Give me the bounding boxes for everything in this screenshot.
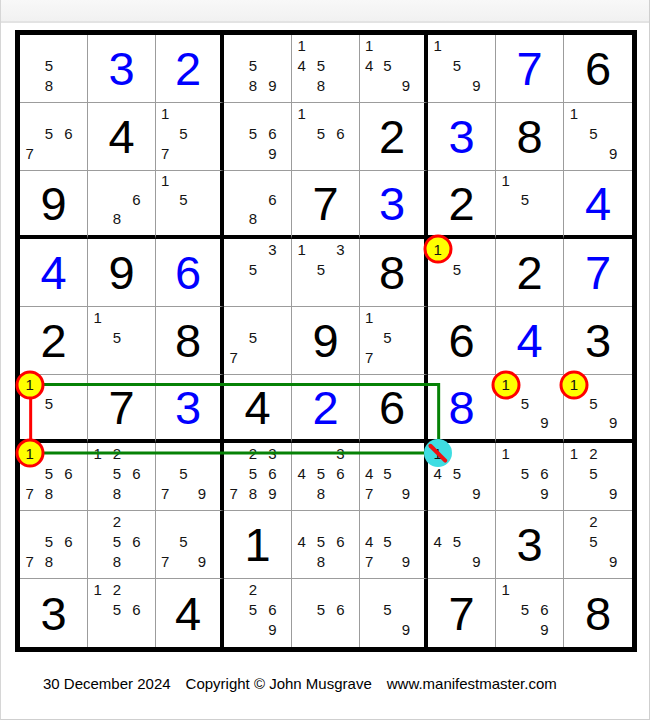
cell-r4c2[interactable]: 9	[88, 239, 156, 307]
candidate-r5c2-1: 1	[88, 307, 107, 327]
cell-r2c1[interactable]: 567	[20, 103, 88, 171]
candidate-r1c5-7	[292, 75, 311, 95]
cell-r3c4[interactable]: 68	[224, 171, 292, 239]
candidate-r1c7-4	[428, 55, 447, 75]
candidate-r9c5-4	[292, 599, 311, 619]
candidates-r9c8: 1569	[496, 579, 563, 647]
candidate-r1c1-7	[20, 75, 39, 95]
candidate-r2c3-1: 1	[156, 103, 174, 123]
candidate-r1c7-1: 1	[428, 35, 447, 55]
candidate-r3c3-9	[193, 209, 211, 228]
cell-r8c8[interactable]: 3	[496, 511, 564, 579]
candidate-r8c9-1	[564, 511, 584, 531]
candidate-r4c4-8	[243, 279, 262, 299]
cell-r6c1[interactable]: 15	[20, 375, 88, 443]
candidate-r5c4-5: 5	[243, 327, 262, 347]
candidate-r7c3-8	[174, 483, 192, 503]
cell-r8c5[interactable]: 4568	[292, 511, 360, 579]
candidate-r9c4-7	[224, 620, 243, 640]
candidate-r4c7-1: 1	[428, 239, 447, 259]
cell-r4c4[interactable]: 35	[224, 239, 292, 307]
cell-r8c6[interactable]: 4579	[360, 511, 428, 579]
digit-r9c7: 7	[428, 579, 495, 647]
cell-r9c9[interactable]: 8	[564, 579, 632, 647]
cell-r6c5[interactable]: 2	[292, 375, 360, 443]
candidate-r6c9-9: 9	[603, 413, 623, 432]
candidate-r2c3-9	[193, 143, 211, 163]
candidate-r7c4-7: 7	[224, 483, 243, 503]
candidate-r9c5-9	[331, 620, 350, 640]
candidate-r7c8-8	[515, 483, 534, 503]
candidate-r7c2-7	[88, 483, 107, 503]
cell-r6c2[interactable]: 7	[88, 375, 156, 443]
cell-r3c9[interactable]: 4	[564, 171, 632, 239]
cell-r7c3[interactable]: 579	[156, 443, 224, 511]
candidate-r5c6-6	[397, 327, 415, 347]
candidate-r3c3-1: 1	[156, 171, 174, 190]
cell-r4c3[interactable]: 6	[156, 239, 224, 307]
candidate-r7c5-3: 3	[331, 443, 350, 463]
cell-r7c6[interactable]: 4579	[360, 443, 428, 511]
footer-website: www.manifestmaster.com	[387, 675, 557, 692]
cell-r2c9[interactable]: 159	[564, 103, 632, 171]
candidate-r2c3-5: 5	[174, 123, 192, 143]
cell-r1c5[interactable]: 1458	[292, 35, 360, 103]
candidates-r2c3: 157	[156, 103, 220, 170]
candidate-r9c5-5: 5	[311, 599, 330, 619]
candidate-r4c5-6	[331, 259, 350, 279]
candidate-r2c1-1	[20, 103, 39, 123]
candidates-r7c2: 12568	[88, 443, 155, 510]
candidates-r1c6: 1459	[360, 35, 424, 102]
cell-r1c7[interactable]: 159	[428, 35, 496, 103]
candidate-r4c5-5: 5	[311, 259, 330, 279]
candidate-r5c2-4	[88, 327, 107, 347]
cell-r1c4[interactable]: 589	[224, 35, 292, 103]
candidate-r1c5-9	[331, 75, 350, 95]
candidate-r2c1-6: 6	[59, 123, 78, 143]
digit-r8c8: 3	[496, 511, 563, 578]
digit-r6c5: 2	[292, 375, 359, 439]
candidate-r5c2-6	[127, 327, 146, 347]
candidate-r4c5-9	[331, 279, 350, 299]
candidate-r7c5-4: 4	[292, 463, 311, 483]
cell-r9c5[interactable]: 56	[292, 579, 360, 647]
candidate-r2c4-5: 5	[243, 123, 262, 143]
candidate-r7c6-5: 5	[378, 463, 396, 483]
candidate-r8c1-8: 8	[39, 551, 58, 571]
candidate-r2c4-9: 9	[263, 143, 282, 163]
candidates-r5c6: 157	[360, 307, 424, 374]
candidate-r6c1-8	[39, 413, 58, 432]
candidate-r3c8-8	[515, 209, 534, 228]
candidate-r8c9-8	[584, 551, 604, 571]
candidate-r4c5-2	[311, 239, 330, 259]
cell-r5c6[interactable]: 157	[360, 307, 428, 375]
candidate-r6c9-6	[603, 394, 623, 413]
candidate-r8c6-3	[397, 511, 415, 531]
candidate-r3c2-5	[107, 190, 126, 209]
cell-r4c6[interactable]: 8	[360, 239, 428, 307]
cell-r5c5[interactable]: 9	[292, 307, 360, 375]
digit-r6c2: 7	[88, 375, 155, 439]
cell-r6c8[interactable]: 159	[496, 375, 564, 443]
candidate-r2c1-7: 7	[20, 143, 39, 163]
candidate-r3c8-9	[535, 209, 554, 228]
cell-r3c8[interactable]: 15	[496, 171, 564, 239]
candidate-r3c2-7	[88, 209, 107, 228]
candidate-r9c4-8	[243, 620, 262, 640]
candidate-r2c4-1	[224, 103, 243, 123]
cell-r1c8[interactable]: 7	[496, 35, 564, 103]
cell-r9c6[interactable]: 59	[360, 579, 428, 647]
cell-r4c1[interactable]: 4	[20, 239, 88, 307]
digit-r9c3: 4	[156, 579, 220, 647]
candidate-r8c9-4	[564, 531, 584, 551]
candidate-r2c4-3	[263, 103, 282, 123]
cell-r6c6[interactable]: 6	[360, 375, 428, 443]
cell-r1c3[interactable]: 2	[156, 35, 224, 103]
candidate-r1c5-8: 8	[311, 75, 330, 95]
digit-r5c9: 3	[564, 307, 632, 374]
candidate-r9c4-2: 2	[243, 579, 262, 599]
candidate-r7c5-2	[311, 443, 330, 463]
candidate-r8c1-7: 7	[20, 551, 39, 571]
cell-r4c8[interactable]: 2	[496, 239, 564, 307]
candidate-r7c1-6: 6	[59, 463, 78, 483]
cell-r6c7[interactable]: 8	[428, 375, 496, 443]
candidate-r9c6-4	[360, 599, 378, 619]
candidate-r2c5-5: 5	[311, 123, 330, 143]
candidates-r7c4: 2356789	[224, 443, 291, 510]
candidate-r9c6-8	[378, 620, 396, 640]
candidate-r4c5-3: 3	[331, 239, 350, 259]
candidate-r1c7-7	[428, 75, 447, 95]
candidate-r9c6-1	[360, 579, 378, 599]
cell-r5c8[interactable]: 4	[496, 307, 564, 375]
candidate-r9c4-4	[224, 599, 243, 619]
candidate-r3c3-2	[174, 171, 192, 190]
digit-r3c9: 4	[564, 171, 632, 235]
candidate-r3c3-8	[174, 209, 192, 228]
cell-r4c9[interactable]: 7	[564, 239, 632, 307]
candidate-r8c3-6	[193, 531, 211, 551]
candidate-r6c8-1: 1	[496, 375, 515, 394]
candidate-r1c4-6	[263, 55, 282, 75]
cell-r1c6[interactable]: 1459	[360, 35, 428, 103]
candidate-r2c1-5: 5	[39, 123, 58, 143]
candidate-r1c5-4: 4	[292, 55, 311, 75]
candidate-r9c5-2	[311, 579, 330, 599]
candidate-r7c8-2	[515, 443, 534, 463]
candidate-r5c6-8	[378, 347, 396, 367]
candidate-r7c7-1: 1	[428, 443, 447, 463]
cell-r9c3[interactable]: 4	[156, 579, 224, 647]
candidate-r2c9-4	[564, 123, 584, 143]
candidate-r7c7-6	[467, 463, 486, 483]
candidate-r1c4-1	[224, 35, 243, 55]
candidate-r8c5-4: 4	[292, 531, 311, 551]
cell-r5c4[interactable]: 57	[224, 307, 292, 375]
candidate-r8c6-8	[378, 551, 396, 571]
candidates-r7c7: 1459	[428, 443, 495, 510]
candidates-r6c8: 159	[496, 375, 563, 439]
candidate-r6c1-3	[59, 375, 78, 394]
candidate-r2c3-4	[156, 123, 174, 143]
candidate-r1c5-5: 5	[311, 55, 330, 75]
candidates-r7c8: 1569	[496, 443, 563, 510]
candidate-r4c7-8	[447, 279, 466, 299]
candidate-r7c1-3	[59, 443, 78, 463]
digit-r4c9: 7	[564, 239, 632, 306]
candidate-r2c9-2	[584, 103, 604, 123]
cell-r4c7[interactable]: 15	[428, 239, 496, 307]
candidate-r7c3-1	[156, 443, 174, 463]
candidate-r7c3-5: 5	[174, 463, 192, 483]
cell-r8c9[interactable]: 259	[564, 511, 632, 579]
sudoku-board: 5832589145814591597656741575691562381599…	[15, 30, 637, 652]
cell-r7c2[interactable]: 12568	[88, 443, 156, 511]
candidate-r9c8-1: 1	[496, 579, 515, 599]
candidates-r9c4: 2569	[224, 579, 291, 647]
digit-r1c2: 3	[88, 35, 155, 102]
candidate-r7c6-7: 7	[360, 483, 378, 503]
candidate-r3c8-1: 1	[496, 171, 515, 190]
cell-r7c1[interactable]: 15678	[20, 443, 88, 511]
candidate-r5c4-8	[243, 347, 262, 367]
candidate-r2c5-3	[331, 103, 350, 123]
candidate-r8c7-8	[447, 551, 466, 571]
cell-r9c4[interactable]: 2569	[224, 579, 292, 647]
cell-r7c5[interactable]: 34568	[292, 443, 360, 511]
candidate-r4c7-9	[467, 279, 486, 299]
candidate-r1c6-1: 1	[360, 35, 378, 55]
sudoku-page: 5832589145814591597656741575691562381599…	[0, 0, 650, 720]
candidate-r1c5-2	[311, 35, 330, 55]
cell-r2c3[interactable]: 157	[156, 103, 224, 171]
digit-r4c3: 6	[156, 239, 220, 306]
candidate-r1c5-3	[331, 35, 350, 55]
cell-r2c8[interactable]: 8	[496, 103, 564, 171]
candidate-r7c8-4	[496, 463, 515, 483]
candidate-r8c3-8	[174, 551, 192, 571]
candidate-r2c5-8	[311, 143, 330, 163]
candidate-r3c3-7	[156, 209, 174, 228]
cell-r7c7[interactable]: 1459	[428, 443, 496, 511]
cell-r8c3[interactable]: 579	[156, 511, 224, 579]
candidates-r7c5: 34568	[292, 443, 359, 510]
candidate-r3c4-6: 6	[263, 190, 282, 209]
cell-r3c6[interactable]: 3	[360, 171, 428, 239]
candidate-r3c8-2	[515, 171, 534, 190]
candidate-r3c4-3	[263, 171, 282, 190]
candidate-r7c4-3: 3	[263, 443, 282, 463]
candidate-r7c5-7	[292, 483, 311, 503]
candidate-r7c2-9	[127, 483, 146, 503]
digit-r6c3: 3	[156, 375, 220, 439]
candidate-r2c5-7	[292, 143, 311, 163]
candidate-r8c2-7	[88, 551, 107, 571]
candidate-r1c6-9: 9	[397, 75, 415, 95]
cell-r8c7[interactable]: 459	[428, 511, 496, 579]
candidates-r7c9: 1259	[564, 443, 632, 510]
candidate-r7c6-9: 9	[397, 483, 415, 503]
cell-r2c7[interactable]: 3	[428, 103, 496, 171]
candidate-r3c8-7	[496, 209, 515, 228]
candidate-r1c6-2	[378, 35, 396, 55]
candidate-r9c2-2: 2	[107, 579, 126, 599]
cell-r8c1[interactable]: 5678	[20, 511, 88, 579]
candidate-r3c4-8: 8	[243, 209, 262, 228]
candidate-r8c2-4	[88, 531, 107, 551]
candidate-r2c5-2	[311, 103, 330, 123]
candidate-r8c2-2: 2	[107, 511, 126, 531]
cell-r4c5[interactable]: 135	[292, 239, 360, 307]
candidate-r9c5-7	[292, 620, 311, 640]
candidates-r8c5: 4568	[292, 511, 359, 578]
candidate-r7c8-6: 6	[535, 463, 554, 483]
candidate-r4c5-7	[292, 279, 311, 299]
candidate-r4c4-3: 3	[263, 239, 282, 259]
candidate-r8c9-3	[603, 511, 623, 531]
candidate-r6c8-5: 5	[515, 394, 534, 413]
candidate-r8c9-7	[564, 551, 584, 571]
cell-r2c5[interactable]: 156	[292, 103, 360, 171]
candidates-r1c7: 159	[428, 35, 495, 102]
candidate-r9c5-8	[311, 620, 330, 640]
cell-r1c9[interactable]: 6	[564, 35, 632, 103]
cell-r3c2[interactable]: 68	[88, 171, 156, 239]
candidate-r8c9-9: 9	[603, 551, 623, 571]
candidate-r8c3-4	[156, 531, 174, 551]
candidate-r5c2-7	[88, 347, 107, 367]
candidate-r3c4-2	[243, 171, 262, 190]
digit-r2c6: 2	[360, 103, 424, 170]
cell-r5c2[interactable]: 15	[88, 307, 156, 375]
candidates-r7c6: 4579	[360, 443, 424, 510]
cell-r9c8[interactable]: 1569	[496, 579, 564, 647]
cell-r8c4[interactable]: 1	[224, 511, 292, 579]
digit-r6c7: 8	[428, 375, 495, 439]
cell-r9c1[interactable]: 3	[20, 579, 88, 647]
candidate-r5c6-7: 7	[360, 347, 378, 367]
candidate-r2c4-7	[224, 143, 243, 163]
candidate-r1c4-3	[263, 35, 282, 55]
cell-r1c1[interactable]: 58	[20, 35, 88, 103]
candidate-r9c8-8	[515, 620, 534, 640]
candidate-r7c8-1: 1	[496, 443, 515, 463]
candidates-r2c4: 569	[224, 103, 291, 170]
candidate-r3c2-8: 8	[107, 209, 126, 228]
candidate-r9c8-9: 9	[535, 620, 554, 640]
candidate-r7c7-8	[447, 483, 466, 503]
candidate-r5c6-9	[397, 347, 415, 367]
candidate-r4c4-6	[263, 259, 282, 279]
candidate-r7c5-1	[292, 443, 311, 463]
cell-r8c2[interactable]: 2568	[88, 511, 156, 579]
digit-r5c3: 8	[156, 307, 220, 374]
footer-copyright: Copyright © John Musgrave	[186, 675, 372, 692]
candidate-r9c6-5: 5	[378, 599, 396, 619]
candidate-r4c7-5: 5	[447, 259, 466, 279]
candidate-r3c4-4	[224, 190, 243, 209]
cell-r5c1[interactable]: 2	[20, 307, 88, 375]
candidate-r8c6-2	[378, 511, 396, 531]
cell-r7c8[interactable]: 1569	[496, 443, 564, 511]
candidate-r6c9-1: 1	[564, 375, 584, 394]
candidate-r1c6-7	[360, 75, 378, 95]
candidates-r6c9: 159	[564, 375, 632, 439]
candidate-r9c6-9: 9	[397, 620, 415, 640]
cell-r7c9[interactable]: 1259	[564, 443, 632, 511]
candidates-r4c5: 135	[292, 239, 359, 306]
candidate-r1c5-1: 1	[292, 35, 311, 55]
candidates-r8c6: 4579	[360, 511, 424, 578]
candidate-r2c3-2	[174, 103, 192, 123]
candidate-r9c6-2	[378, 579, 396, 599]
digit-r3c5: 7	[292, 171, 359, 235]
cell-r2c6[interactable]: 2	[360, 103, 428, 171]
candidate-r3c3-4	[156, 190, 174, 209]
cell-r3c1[interactable]: 9	[20, 171, 88, 239]
cell-r3c5[interactable]: 7	[292, 171, 360, 239]
cell-r7c4[interactable]: 2356789	[224, 443, 292, 511]
cell-r3c3[interactable]: 15	[156, 171, 224, 239]
cell-r6c3[interactable]: 3	[156, 375, 224, 443]
candidate-r7c9-8	[584, 483, 604, 503]
candidate-r7c2-8: 8	[107, 483, 126, 503]
cell-r2c4[interactable]: 569	[224, 103, 292, 171]
candidate-r7c3-4	[156, 463, 174, 483]
candidate-r4c7-7	[428, 279, 447, 299]
candidate-r7c9-5: 5	[584, 463, 604, 483]
cell-r9c2[interactable]: 1256	[88, 579, 156, 647]
candidate-r8c7-7	[428, 551, 447, 571]
cell-r5c9[interactable]: 3	[564, 307, 632, 375]
candidate-r3c3-5: 5	[174, 190, 192, 209]
candidate-r7c1-7: 7	[20, 483, 39, 503]
candidate-r5c4-3	[263, 307, 282, 327]
candidate-r7c4-9: 9	[263, 483, 282, 503]
candidate-r3c4-1	[224, 171, 243, 190]
candidate-r9c2-1: 1	[88, 579, 107, 599]
candidate-r7c5-9	[331, 483, 350, 503]
candidate-r8c5-2	[311, 511, 330, 531]
candidate-r7c6-1	[360, 443, 378, 463]
candidate-r9c8-7	[496, 620, 515, 640]
candidate-r2c4-6: 6	[263, 123, 282, 143]
cell-r5c7[interactable]: 6	[428, 307, 496, 375]
cell-r2c2[interactable]: 4	[88, 103, 156, 171]
digit-r1c9: 6	[564, 35, 632, 102]
digit-r3c7: 2	[428, 171, 495, 235]
cell-r1c2[interactable]: 3	[88, 35, 156, 103]
cell-r5c3[interactable]: 8	[156, 307, 224, 375]
candidate-r2c3-6	[193, 123, 211, 143]
candidates-r4c7: 15	[428, 239, 495, 306]
candidate-r8c3-5: 5	[174, 531, 192, 551]
digit-r2c2: 4	[88, 103, 155, 170]
cell-r9c7[interactable]: 7	[428, 579, 496, 647]
candidate-r3c3-6	[193, 190, 211, 209]
candidate-r2c4-8	[243, 143, 262, 163]
candidate-r8c3-1	[156, 511, 174, 531]
cell-r3c7[interactable]: 2	[428, 171, 496, 239]
cell-r6c4[interactable]: 4	[224, 375, 292, 443]
digit-r9c9: 8	[564, 579, 632, 647]
candidate-r5c6-2	[378, 307, 396, 327]
cell-r6c9[interactable]: 159	[564, 375, 632, 443]
